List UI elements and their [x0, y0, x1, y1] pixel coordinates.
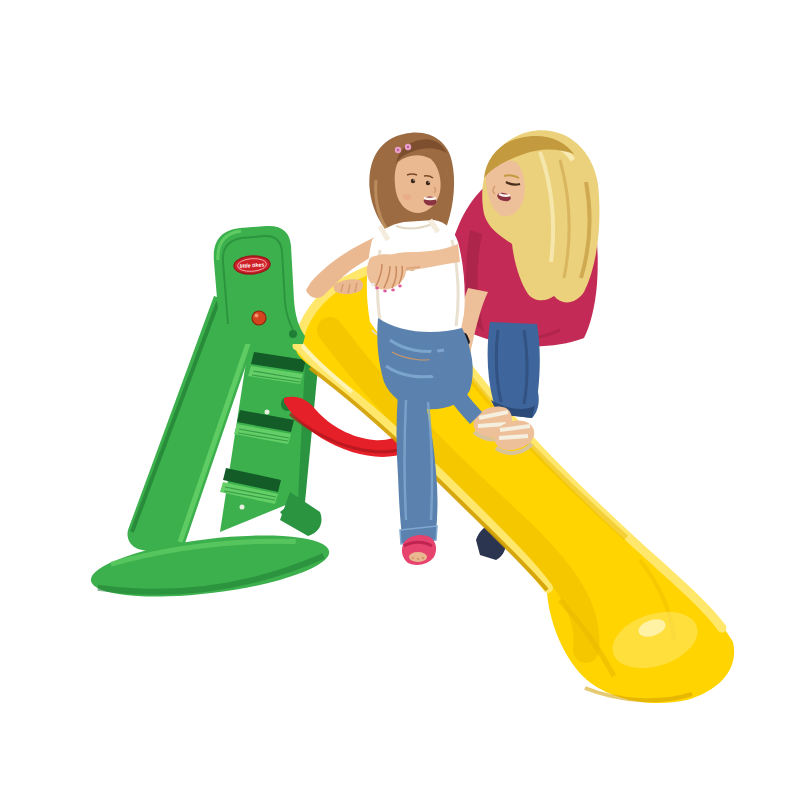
toes [409, 552, 427, 562]
painted-nail [391, 289, 395, 292]
toddler-eye [426, 181, 430, 185]
toddler-eye [411, 179, 415, 183]
ring [371, 283, 375, 286]
hinge-knob [289, 330, 297, 338]
product-photo: little tikes [0, 0, 800, 800]
painted-nail [383, 290, 387, 293]
rivet [240, 505, 245, 510]
painted-nail [398, 285, 402, 288]
painted-nail [375, 287, 379, 290]
rivet [265, 410, 270, 415]
slide-scene-illustration: little tikes [0, 0, 800, 800]
